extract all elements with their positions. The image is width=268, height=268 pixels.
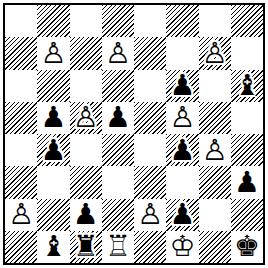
square-a2[interactable]: ♙: [5, 199, 37, 231]
square-a3[interactable]: [5, 166, 37, 198]
square-b1[interactable]: ♝: [37, 231, 69, 263]
black-pawn: ♟: [169, 136, 195, 165]
white-pawn: ♙: [8, 200, 34, 229]
white-pawn: ♙: [73, 103, 99, 132]
square-d8[interactable]: [102, 5, 134, 37]
white-pawn: ♙: [40, 39, 66, 68]
square-a4[interactable]: [5, 134, 37, 166]
chess-board-frame: ♙♙♙♟♝♟♙♟♙♟♟♙♟♙♟♙♟♝♜♖♔♚: [3, 3, 265, 265]
white-rook: ♖: [105, 232, 131, 261]
square-f1[interactable]: ♔: [166, 231, 198, 263]
square-e2[interactable]: ♙: [134, 199, 166, 231]
black-king: ♚: [234, 232, 260, 261]
square-h4[interactable]: [231, 134, 263, 166]
square-e4[interactable]: [134, 134, 166, 166]
square-e1[interactable]: [134, 231, 166, 263]
black-pawn: ♟: [169, 200, 195, 229]
white-king: ♔: [169, 232, 195, 261]
square-b7[interactable]: ♙: [37, 37, 69, 69]
square-h3[interactable]: ♟: [231, 166, 263, 198]
square-h6[interactable]: ♝: [231, 70, 263, 102]
square-e5[interactable]: [134, 102, 166, 134]
square-f2[interactable]: ♟: [166, 199, 198, 231]
square-g5[interactable]: [199, 102, 231, 134]
square-h5[interactable]: [231, 102, 263, 134]
square-g7[interactable]: ♙: [199, 37, 231, 69]
square-f4[interactable]: ♟: [166, 134, 198, 166]
white-pawn: ♙: [169, 103, 195, 132]
square-e3[interactable]: [134, 166, 166, 198]
square-a6[interactable]: [5, 70, 37, 102]
square-c4[interactable]: [70, 134, 102, 166]
square-c1[interactable]: ♜: [70, 231, 102, 263]
black-rook: ♜: [73, 232, 99, 261]
square-f7[interactable]: [166, 37, 198, 69]
black-pawn: ♟: [40, 136, 66, 165]
square-d1[interactable]: ♖: [102, 231, 134, 263]
black-pawn: ♟: [73, 200, 99, 229]
white-pawn: ♙: [202, 39, 228, 68]
square-e7[interactable]: [134, 37, 166, 69]
black-pawn: ♟: [169, 71, 195, 100]
square-c5[interactable]: ♙: [70, 102, 102, 134]
black-pawn: ♟: [234, 168, 260, 197]
black-bishop: ♝: [234, 71, 260, 100]
square-c6[interactable]: [70, 70, 102, 102]
square-a1[interactable]: [5, 231, 37, 263]
square-b6[interactable]: [37, 70, 69, 102]
square-f6[interactable]: ♟: [166, 70, 198, 102]
square-e6[interactable]: [134, 70, 166, 102]
square-h7[interactable]: [231, 37, 263, 69]
square-d5[interactable]: ♟: [102, 102, 134, 134]
black-pawn: ♟: [40, 103, 66, 132]
square-g8[interactable]: [199, 5, 231, 37]
square-h8[interactable]: [231, 5, 263, 37]
white-pawn: ♙: [105, 39, 131, 68]
square-f5[interactable]: ♙: [166, 102, 198, 134]
square-d7[interactable]: ♙: [102, 37, 134, 69]
square-a7[interactable]: [5, 37, 37, 69]
white-pawn: ♙: [202, 136, 228, 165]
square-g4[interactable]: ♙: [199, 134, 231, 166]
square-c7[interactable]: [70, 37, 102, 69]
square-h1[interactable]: ♚: [231, 231, 263, 263]
square-b8[interactable]: [37, 5, 69, 37]
black-bishop: ♝: [40, 232, 66, 261]
square-d6[interactable]: [102, 70, 134, 102]
square-g3[interactable]: [199, 166, 231, 198]
chess-board: ♙♙♙♟♝♟♙♟♙♟♟♙♟♙♟♙♟♝♜♖♔♚: [5, 5, 263, 263]
chess-diagram-page: ♙♙♙♟♝♟♙♟♙♟♟♙♟♙♟♙♟♝♜♖♔♚: [0, 0, 268, 268]
square-g2[interactable]: [199, 199, 231, 231]
square-d4[interactable]: [102, 134, 134, 166]
square-d2[interactable]: [102, 199, 134, 231]
square-c8[interactable]: [70, 5, 102, 37]
black-pawn: ♟: [105, 103, 131, 132]
square-g6[interactable]: [199, 70, 231, 102]
square-d3[interactable]: [102, 166, 134, 198]
square-a5[interactable]: [5, 102, 37, 134]
square-g1[interactable]: [199, 231, 231, 263]
square-c3[interactable]: [70, 166, 102, 198]
square-h2[interactable]: [231, 199, 263, 231]
square-f3[interactable]: [166, 166, 198, 198]
square-a8[interactable]: [5, 5, 37, 37]
square-b2[interactable]: [37, 199, 69, 231]
square-b4[interactable]: ♟: [37, 134, 69, 166]
white-pawn: ♙: [137, 200, 163, 229]
square-f8[interactable]: [166, 5, 198, 37]
square-b5[interactable]: ♟: [37, 102, 69, 134]
square-b3[interactable]: [37, 166, 69, 198]
square-e8[interactable]: [134, 5, 166, 37]
square-c2[interactable]: ♟: [70, 199, 102, 231]
